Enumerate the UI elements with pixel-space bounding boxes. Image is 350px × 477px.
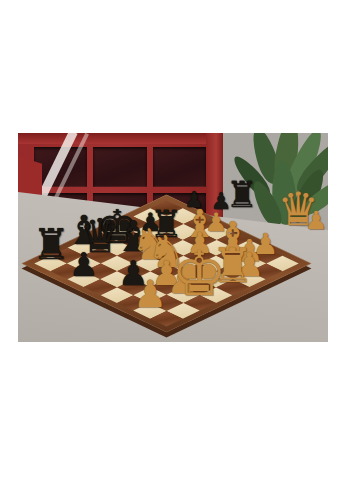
window-pane [93, 147, 146, 187]
page: ♜♝♛♚♝♟♜♟♟♟♝♝♟♟♟♟♜♞♞♟♟♚♟ ♟♟♜♛♟ [0, 0, 350, 477]
cabinet-top-beam [18, 133, 222, 144]
product-photo: ♜♝♛♚♝♟♜♟♟♟♝♝♟♟♟♟♜♞♞♟♟♚♟ ♟♟♜♛♟ [18, 133, 328, 342]
